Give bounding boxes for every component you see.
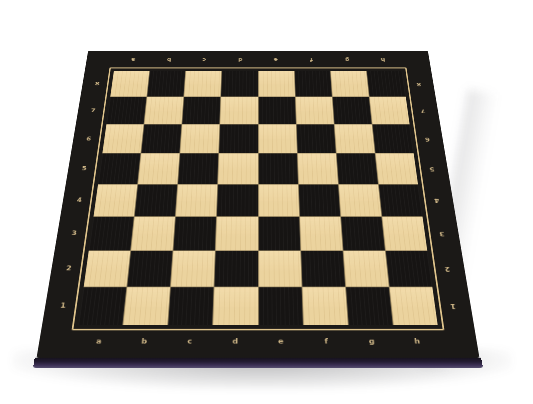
square-b5 [138, 154, 179, 184]
chess-board: abcdefgh abcdefgh 87654321 87654321 [37, 51, 480, 358]
square-d4 [217, 184, 257, 216]
file-label-top-b: b [166, 57, 171, 61]
square-f5 [297, 154, 337, 184]
file-label-top-c: c [203, 57, 207, 61]
square-b6 [141, 125, 181, 153]
rank-label-right-4: 4 [434, 197, 440, 203]
square-e5 [258, 154, 297, 184]
rank-label-left-1: 1 [60, 302, 66, 309]
square-d5 [218, 154, 257, 184]
square-b2 [127, 251, 172, 287]
board-side-edge [33, 358, 483, 368]
square-c2 [171, 251, 215, 287]
rank-label-right-1: 1 [450, 302, 456, 309]
square-f2 [301, 251, 345, 287]
square-g7 [332, 97, 371, 124]
file-label-bottom-e: e [278, 338, 283, 345]
file-label-bottom-g: g [369, 338, 375, 345]
square-e1 [258, 287, 302, 325]
rank-label-right-6: 6 [424, 136, 429, 141]
rank-label-right-2: 2 [444, 265, 450, 271]
square-h6 [372, 125, 413, 153]
file-label-bottom-b: b [141, 338, 147, 345]
rank-label-left-2: 2 [66, 265, 72, 271]
file-label-bottom-d: d [232, 338, 238, 345]
square-d6 [219, 125, 257, 153]
file-label-top-f: f [310, 57, 313, 61]
rank-label-left-8: 8 [95, 82, 100, 87]
square-d2 [215, 251, 258, 287]
square-h2 [386, 251, 433, 287]
square-h7 [369, 97, 409, 124]
square-a5 [98, 154, 140, 184]
square-a7 [106, 97, 146, 124]
file-label-bottom-h: h [414, 338, 420, 345]
square-b4 [135, 184, 178, 216]
square-c1 [168, 287, 213, 325]
square-e4 [258, 184, 298, 216]
square-g4 [339, 184, 382, 216]
square-f8 [294, 71, 331, 97]
square-f7 [295, 97, 333, 124]
square-d8 [221, 71, 257, 97]
rank-label-right-8: 8 [416, 82, 421, 87]
rank-label-right-7: 7 [420, 108, 425, 113]
square-f3 [300, 217, 343, 251]
squares-grid [78, 71, 437, 325]
rank-label-right-3: 3 [439, 230, 445, 236]
square-f1 [302, 287, 347, 325]
square-a4 [94, 184, 138, 216]
square-a1 [78, 287, 126, 325]
square-d7 [220, 97, 257, 124]
square-h5 [375, 154, 417, 184]
square-a2 [84, 251, 131, 287]
square-g2 [343, 251, 388, 287]
square-d1 [213, 287, 257, 325]
square-e6 [258, 125, 296, 153]
rank-label-left-3: 3 [71, 230, 77, 236]
square-g1 [346, 287, 393, 325]
square-e7 [258, 97, 295, 124]
file-label-bottom-c: c [187, 338, 192, 345]
square-g5 [336, 154, 377, 184]
square-a6 [102, 125, 143, 153]
file-label-top-g: g [345, 57, 350, 61]
square-c7 [182, 97, 220, 124]
square-d3 [216, 217, 258, 251]
square-h1 [390, 287, 438, 325]
rank-label-left-4: 4 [77, 197, 83, 203]
file-labels-bottom: abcdefgh [74, 327, 442, 355]
file-label-top-h: h [380, 57, 385, 61]
square-f6 [296, 125, 335, 153]
square-a8 [110, 71, 149, 97]
file-label-top-a: a [131, 57, 136, 61]
rank-label-right-5: 5 [429, 166, 435, 171]
file-labels-top: abcdefgh [115, 53, 402, 66]
square-b1 [123, 287, 170, 325]
rank-label-left-6: 6 [86, 136, 91, 141]
square-e3 [258, 217, 300, 251]
square-g6 [334, 125, 374, 153]
square-h3 [382, 217, 427, 251]
file-label-top-e: e [274, 57, 278, 61]
file-label-top-d: d [238, 57, 242, 61]
square-b3 [131, 217, 175, 251]
square-c6 [180, 125, 219, 153]
product-photo-scene: abcdefgh abcdefgh 87654321 87654321 [0, 0, 533, 404]
rank-label-left-5: 5 [81, 166, 87, 171]
square-h8 [367, 71, 406, 97]
square-e2 [258, 251, 301, 287]
file-label-bottom-a: a [96, 338, 102, 345]
square-f4 [298, 184, 340, 216]
square-h4 [379, 184, 423, 216]
square-c5 [178, 154, 218, 184]
square-e8 [258, 71, 294, 97]
square-c4 [176, 184, 218, 216]
square-b7 [144, 97, 183, 124]
square-g8 [331, 71, 369, 97]
square-c8 [184, 71, 221, 97]
square-g3 [341, 217, 385, 251]
square-b8 [147, 71, 185, 97]
rank-label-left-7: 7 [91, 108, 96, 113]
square-a3 [89, 217, 134, 251]
file-label-bottom-f: f [324, 338, 328, 345]
square-c3 [174, 217, 217, 251]
